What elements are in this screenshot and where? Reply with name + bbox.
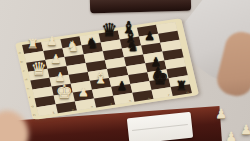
tournament-photo-scene: 1a2b3c4d5e6f7g8h ♝♛♟♝♟♜♞♞♞♟♟♛♟♟♝♚♟♜♟♚ ♟♟…: [0, 0, 250, 141]
captured-white-pawn: ♟: [240, 123, 250, 136]
captured-white-pawn: ♟: [215, 107, 227, 120]
captured-pieces-tray: ♟♟♟: [0, 0, 250, 141]
captured-white-pawn: ♟: [225, 130, 237, 141]
